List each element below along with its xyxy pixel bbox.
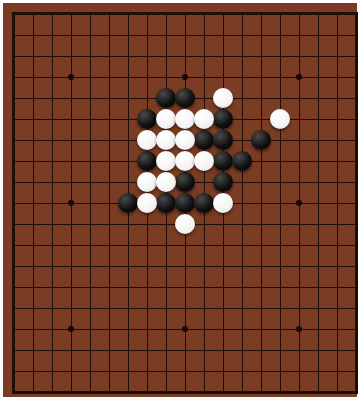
grid-cell[interactable] [14,350,33,371]
grid-cell[interactable] [52,161,71,182]
white-stone[interactable] [137,172,157,192]
grid-cell[interactable] [71,350,90,371]
black-stone[interactable] [137,151,157,171]
grid-cell[interactable] [318,266,337,287]
grid-cell[interactable] [128,224,147,245]
grid-cell[interactable] [14,119,33,140]
grid-cell[interactable] [318,98,337,119]
grid-cell[interactable] [14,224,33,245]
grid-cell[interactable] [166,14,185,35]
grid-cell[interactable] [128,350,147,371]
grid-cell[interactable] [71,56,90,77]
grid-cell[interactable] [71,182,90,203]
grid-cell[interactable] [147,371,166,392]
grid-cell[interactable] [242,56,261,77]
grid-cell[interactable] [204,35,223,56]
grid-cell[interactable] [33,371,52,392]
grid-cell[interactable] [33,203,52,224]
go-app-window [0,0,360,400]
black-stone[interactable] [213,130,233,150]
grid-cell[interactable] [337,266,356,287]
grid-cell[interactable] [33,224,52,245]
grid-cell[interactable] [242,14,261,35]
black-stone[interactable] [251,130,271,150]
black-stone[interactable] [156,193,176,213]
grid-cell[interactable] [147,350,166,371]
grid-cell[interactable] [242,308,261,329]
grid-cell[interactable] [52,224,71,245]
grid-cell[interactable] [318,119,337,140]
grid-cell[interactable] [261,203,280,224]
grid-cell[interactable] [71,308,90,329]
grid-cell[interactable] [337,203,356,224]
grid-cell[interactable] [299,119,318,140]
grid-cell[interactable] [318,371,337,392]
grid-cell[interactable] [337,245,356,266]
grid-cell[interactable] [33,245,52,266]
grid-cell[interactable] [52,371,71,392]
black-stone[interactable] [213,151,233,171]
grid-cell[interactable] [90,329,109,350]
grid-cell[interactable] [128,35,147,56]
grid-cell[interactable] [90,182,109,203]
grid-cell[interactable] [90,203,109,224]
grid-cell[interactable] [242,371,261,392]
grid-cell[interactable] [318,182,337,203]
grid-cell[interactable] [299,308,318,329]
grid-cell[interactable] [204,14,223,35]
grid-cell[interactable] [33,182,52,203]
grid-cell[interactable] [261,224,280,245]
grid-cell[interactable] [223,35,242,56]
grid-cell[interactable] [337,308,356,329]
grid-cell[interactable] [318,224,337,245]
white-stone[interactable] [175,151,195,171]
grid-cell[interactable] [128,308,147,329]
grid-cell[interactable] [185,329,204,350]
grid-cell[interactable] [147,56,166,77]
grid-cell[interactable] [71,98,90,119]
white-stone[interactable] [270,109,290,129]
grid-cell[interactable] [242,329,261,350]
grid-cell[interactable] [14,203,33,224]
grid-cell[interactable] [128,371,147,392]
black-stone[interactable] [118,193,138,213]
grid-cell[interactable] [204,371,223,392]
grid-cell[interactable] [280,350,299,371]
grid-cell[interactable] [261,35,280,56]
grid-cell[interactable] [14,245,33,266]
white-stone[interactable] [156,172,176,192]
grid-cell[interactable] [33,98,52,119]
grid-cell[interactable] [109,371,128,392]
white-stone[interactable] [175,130,195,150]
grid-cell[interactable] [166,287,185,308]
grid-cell[interactable] [318,350,337,371]
grid-cell[interactable] [299,224,318,245]
grid-cell[interactable] [166,245,185,266]
grid-cell[interactable] [90,266,109,287]
grid-cell[interactable] [71,77,90,98]
black-stone[interactable] [175,172,195,192]
grid-cell[interactable] [14,371,33,392]
grid-cell[interactable] [280,203,299,224]
grid-cell[interactable] [204,266,223,287]
grid-cell[interactable] [90,350,109,371]
grid-cell[interactable] [337,140,356,161]
grid-cell[interactable] [166,329,185,350]
grid-cell[interactable] [14,161,33,182]
grid-cell[interactable] [318,245,337,266]
grid-cell[interactable] [71,371,90,392]
grid-cell[interactable] [90,35,109,56]
grid-cell[interactable] [52,350,71,371]
grid-cell[interactable] [318,56,337,77]
grid-cell[interactable] [33,35,52,56]
grid-cell[interactable] [280,266,299,287]
grid-cell[interactable] [33,266,52,287]
grid-cell[interactable] [147,308,166,329]
grid-cell[interactable] [147,245,166,266]
grid-cell[interactable] [337,182,356,203]
grid-cell[interactable] [337,77,356,98]
grid-cell[interactable] [280,35,299,56]
grid-cell[interactable] [280,329,299,350]
grid-cell[interactable] [242,203,261,224]
grid-cell[interactable] [71,35,90,56]
grid-cell[interactable] [261,56,280,77]
grid-cell[interactable] [14,329,33,350]
grid-cell[interactable] [185,287,204,308]
grid-cell[interactable] [33,329,52,350]
grid-cell[interactable] [185,56,204,77]
star-point [68,326,74,332]
grid-cell[interactable] [90,77,109,98]
grid-cell[interactable] [90,245,109,266]
white-stone[interactable] [137,193,157,213]
grid-cell[interactable] [109,161,128,182]
white-stone[interactable] [175,109,195,129]
grid-cell[interactable] [337,56,356,77]
grid-cell[interactable] [71,224,90,245]
grid-cell[interactable] [71,266,90,287]
grid-cell[interactable] [337,329,356,350]
star-point [182,326,188,332]
grid-cell[interactable] [261,14,280,35]
grid-cell[interactable] [223,371,242,392]
grid-cell[interactable] [90,14,109,35]
grid-cell[interactable] [90,161,109,182]
grid-cell[interactable] [337,14,356,35]
grid-cell[interactable] [337,224,356,245]
grid-cell[interactable] [14,14,33,35]
grid-cell[interactable] [33,287,52,308]
grid-cell[interactable] [185,308,204,329]
grid-cell[interactable] [299,203,318,224]
grid-cell[interactable] [280,287,299,308]
grid-cell[interactable] [147,266,166,287]
grid-cell[interactable] [280,140,299,161]
grid-cell[interactable] [204,329,223,350]
white-stone[interactable] [156,151,176,171]
grid-cell[interactable] [299,56,318,77]
grid-cell[interactable] [318,35,337,56]
grid-cell[interactable] [185,245,204,266]
grid-cell[interactable] [166,371,185,392]
grid-cell[interactable] [242,35,261,56]
grid-cell[interactable] [109,350,128,371]
grid-cell[interactable] [261,77,280,98]
black-stone[interactable] [137,109,157,129]
grid-cell[interactable] [14,287,33,308]
grid-cell[interactable] [223,266,242,287]
black-stone[interactable] [194,193,214,213]
grid-cell[interactable] [33,140,52,161]
black-stone[interactable] [213,109,233,129]
grid-cell[interactable] [71,140,90,161]
grid-cell[interactable] [52,203,71,224]
black-stone[interactable] [175,88,195,108]
grid-cell[interactable] [204,245,223,266]
grid-cell[interactable] [223,350,242,371]
grid-cell[interactable] [185,14,204,35]
grid-cell[interactable] [33,77,52,98]
grid-cell[interactable] [185,350,204,371]
grid-cell[interactable] [33,308,52,329]
grid-cell[interactable] [242,77,261,98]
grid-cell[interactable] [318,161,337,182]
grid-cell[interactable] [109,287,128,308]
grid-cell[interactable] [33,14,52,35]
grid-cell[interactable] [52,77,71,98]
grid-cell[interactable] [128,56,147,77]
grid-cell[interactable] [299,371,318,392]
grid-cell[interactable] [242,182,261,203]
grid-cell[interactable] [185,35,204,56]
grid-cell[interactable] [14,77,33,98]
grid-cell[interactable] [280,371,299,392]
grid-cell[interactable] [242,266,261,287]
black-stone[interactable] [156,88,176,108]
grid-cell[interactable] [318,77,337,98]
grid-cell[interactable] [71,287,90,308]
grid-cell[interactable] [318,329,337,350]
grid-cell[interactable] [204,287,223,308]
grid-cell[interactable] [337,35,356,56]
black-stone[interactable] [175,193,195,213]
black-stone[interactable] [232,151,252,171]
grid-cell[interactable] [128,329,147,350]
grid-cell[interactable] [128,77,147,98]
grid-cell[interactable] [261,245,280,266]
grid-cell[interactable] [337,119,356,140]
grid-cell[interactable] [261,266,280,287]
grid-cell[interactable] [33,350,52,371]
grid-cell[interactable] [71,329,90,350]
grid-cell[interactable] [299,245,318,266]
grid-cell[interactable] [147,35,166,56]
white-stone[interactable] [194,151,214,171]
grid-cell[interactable] [90,371,109,392]
white-stone[interactable] [194,109,214,129]
grid-cell[interactable] [261,329,280,350]
grid-cell[interactable] [128,266,147,287]
grid-cell[interactable] [90,119,109,140]
grid-cell[interactable] [71,161,90,182]
grid-cell[interactable] [242,287,261,308]
grid-cell[interactable] [337,350,356,371]
grid-cell[interactable] [52,140,71,161]
grid-cell[interactable] [223,329,242,350]
grid-cell[interactable] [147,329,166,350]
grid-cell[interactable] [109,35,128,56]
grid-cell[interactable] [128,14,147,35]
grid-cell[interactable] [52,98,71,119]
grid-cell[interactable] [128,245,147,266]
grid-cell[interactable] [223,224,242,245]
star-point [182,74,188,80]
grid-cell[interactable] [204,350,223,371]
grid-cell[interactable] [33,161,52,182]
grid-cell[interactable] [52,266,71,287]
grid-cell[interactable] [299,14,318,35]
white-stone[interactable] [156,130,176,150]
grid-cell[interactable] [109,308,128,329]
grid-cell[interactable] [147,14,166,35]
grid-cell[interactable] [261,287,280,308]
white-stone[interactable] [213,88,233,108]
grid-cell[interactable] [204,308,223,329]
grid-cell[interactable] [261,371,280,392]
grid-cell[interactable] [166,266,185,287]
grid-cell[interactable] [147,287,166,308]
grid-cell[interactable] [52,35,71,56]
grid-cell[interactable] [166,350,185,371]
grid-cell[interactable] [52,119,71,140]
grid-cell[interactable] [109,119,128,140]
grid-cell[interactable] [109,329,128,350]
grid-cell[interactable] [242,245,261,266]
grid-cell[interactable] [109,14,128,35]
grid-cell[interactable] [109,224,128,245]
grid-cell[interactable] [223,308,242,329]
grid-cell[interactable] [299,161,318,182]
grid-cell[interactable] [242,224,261,245]
white-stone[interactable] [137,130,157,150]
grid-cell[interactable] [337,371,356,392]
grid-cell[interactable] [185,266,204,287]
grid-cell[interactable] [52,245,71,266]
grid-cell[interactable] [318,140,337,161]
grid-cell[interactable] [90,98,109,119]
grid-cell[interactable] [90,224,109,245]
grid-cell[interactable] [109,266,128,287]
grid-cell[interactable] [299,35,318,56]
grid-cell[interactable] [147,224,166,245]
grid-cell[interactable] [337,287,356,308]
grid-cell[interactable] [318,308,337,329]
grid-cell[interactable] [52,14,71,35]
grid-cell[interactable] [318,14,337,35]
grid-cell[interactable] [318,203,337,224]
grid-cell[interactable] [299,287,318,308]
black-stone[interactable] [213,172,233,192]
grid-cell[interactable] [128,287,147,308]
grid-cell[interactable] [280,161,299,182]
white-stone[interactable] [175,214,195,234]
grid-cell[interactable] [71,119,90,140]
grid-cell[interactable] [14,56,33,77]
grid-cell[interactable] [109,140,128,161]
grid-cell[interactable] [14,140,33,161]
grid-cell[interactable] [337,98,356,119]
grid-cell[interactable] [109,56,128,77]
grid-cell[interactable] [90,287,109,308]
grid-cell[interactable] [109,98,128,119]
grid-cell[interactable] [52,329,71,350]
grid-cell[interactable] [261,350,280,371]
grid-cell[interactable] [223,14,242,35]
grid-cell[interactable] [52,287,71,308]
grid-cell[interactable] [185,371,204,392]
grid-cell[interactable] [299,98,318,119]
grid-cell[interactable] [109,245,128,266]
grid-cell[interactable] [90,140,109,161]
grid-cell[interactable] [299,350,318,371]
grid-cell[interactable] [71,14,90,35]
grid-cell[interactable] [280,14,299,35]
grid-cell[interactable] [261,182,280,203]
grid-cell[interactable] [242,98,261,119]
grid-cell[interactable] [90,56,109,77]
grid-cell[interactable] [261,308,280,329]
grid-cell[interactable] [71,245,90,266]
grid-cell[interactable] [299,329,318,350]
grid-cell[interactable] [318,287,337,308]
grid-cell[interactable] [261,161,280,182]
grid-cell[interactable] [71,203,90,224]
grid-cell[interactable] [280,224,299,245]
grid-cell[interactable] [242,350,261,371]
grid-cell[interactable] [223,56,242,77]
grid-cell[interactable] [299,182,318,203]
grid-cell[interactable] [204,224,223,245]
grid-cell[interactable] [337,161,356,182]
star-point [296,200,302,206]
grid-cell[interactable] [90,308,109,329]
grid-cell[interactable] [299,140,318,161]
grid-cell[interactable] [166,35,185,56]
grid-cell[interactable] [204,56,223,77]
black-stone[interactable] [194,130,214,150]
white-stone[interactable] [213,193,233,213]
grid-cell[interactable] [280,77,299,98]
grid-cell[interactable] [299,77,318,98]
grid-cell[interactable] [223,245,242,266]
grid-cell[interactable] [223,287,242,308]
grid-cell[interactable] [14,35,33,56]
grid-cell[interactable] [299,266,318,287]
grid-cell[interactable] [14,182,33,203]
grid-cell[interactable] [109,77,128,98]
grid-cell[interactable] [280,245,299,266]
grid-cell[interactable] [14,98,33,119]
grid-cell[interactable] [14,266,33,287]
grid-cell[interactable] [33,119,52,140]
white-stone[interactable] [156,109,176,129]
grid-cell[interactable] [33,56,52,77]
grid-cell[interactable] [14,308,33,329]
